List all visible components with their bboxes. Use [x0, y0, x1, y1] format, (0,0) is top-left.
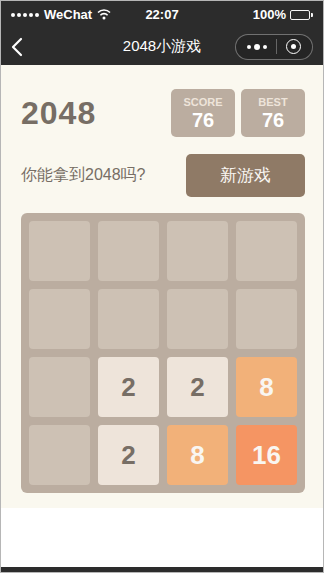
- app-title: 2048: [21, 95, 96, 132]
- new-game-button[interactable]: 新游戏: [186, 154, 305, 197]
- header-row: 2048 SCORE 76 BEST 76: [21, 89, 305, 137]
- empty-cell-r2c1: [29, 289, 90, 349]
- tile-8-r4c3: 8: [167, 425, 228, 485]
- empty-cell-r1c4: [236, 221, 297, 281]
- tile-2-r3c2: 2: [98, 357, 159, 417]
- sub-row: 你能拿到2048吗? 新游戏: [21, 154, 305, 197]
- empty-cell-r3c1: [29, 357, 90, 417]
- score-box: SCORE 76: [171, 89, 235, 137]
- game-board[interactable]: 2282816: [21, 213, 305, 493]
- score-value: 76: [192, 109, 214, 131]
- miniprogram-capsule: [235, 34, 313, 60]
- chevron-left-icon: [11, 37, 23, 57]
- tile-2-r3c3: 2: [167, 357, 228, 417]
- battery-info: 100%: [253, 7, 313, 22]
- screen-bottom-edge: [1, 567, 323, 572]
- empty-cell-r1c2: [98, 221, 159, 281]
- exit-miniprogram-button[interactable]: [286, 39, 301, 54]
- tile-8-r3c4: 8: [236, 357, 297, 417]
- capsule-divider: [276, 39, 277, 54]
- wifi-icon: [97, 9, 111, 20]
- battery-percent-label: 100%: [253, 7, 286, 22]
- more-menu-button[interactable]: [247, 44, 267, 50]
- score-boxes: SCORE 76 BEST 76: [171, 89, 305, 137]
- empty-cell-r1c3: [167, 221, 228, 281]
- battery-icon: [290, 10, 313, 20]
- status-bar: WeChat 22:07 100%: [1, 1, 323, 28]
- carrier-info: WeChat: [11, 7, 111, 22]
- empty-cell-r1c1: [29, 221, 90, 281]
- empty-cell-r2c4: [236, 289, 297, 349]
- game-page: 2048 SCORE 76 BEST 76 你能拿到2048吗? 新游戏 228…: [1, 65, 323, 508]
- tile-16-r4c4: 16: [236, 425, 297, 485]
- empty-cell-r2c3: [167, 289, 228, 349]
- empty-cell-r2c2: [98, 289, 159, 349]
- tile-2-r4c2: 2: [98, 425, 159, 485]
- best-box: BEST 76: [241, 89, 305, 137]
- nav-bar: 2048小游戏: [1, 28, 323, 65]
- phone-screen: WeChat 22:07 100% 2048小游戏: [0, 0, 324, 573]
- carrier-label: WeChat: [44, 7, 92, 22]
- signal-strength-icon: [11, 13, 39, 17]
- score-label: SCORE: [183, 96, 222, 109]
- best-value: 76: [262, 109, 284, 131]
- best-label: BEST: [258, 96, 287, 109]
- webview-overflow-area: [1, 508, 323, 567]
- empty-cell-r4c1: [29, 425, 90, 485]
- back-button[interactable]: [11, 35, 31, 59]
- goal-prompt: 你能拿到2048吗?: [21, 165, 146, 186]
